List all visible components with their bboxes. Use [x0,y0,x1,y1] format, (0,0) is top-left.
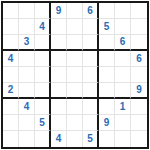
cell-r6c8[interactable] [115,83,131,99]
cell-r2c3[interactable]: 4 [35,19,51,35]
cell-r1c2[interactable] [19,3,35,19]
given-digit: 6 [136,54,142,64]
cell-r3c6[interactable] [83,35,99,51]
given-digit: 6 [87,6,93,16]
given-digit: 3 [24,37,30,47]
cell-r2c6[interactable] [83,19,99,35]
cell-r4c2[interactable] [19,51,35,67]
cell-r4c3[interactable] [35,51,51,67]
given-digit: 4 [24,102,30,112]
cell-r7c7[interactable] [99,99,115,115]
cell-r4c5[interactable] [67,51,83,67]
cell-r6c3[interactable] [35,83,51,99]
cell-r9c6[interactable]: 5 [83,131,99,147]
cell-r2c2[interactable] [19,19,35,35]
cell-r1c3[interactable] [35,3,51,19]
cell-r3c1[interactable] [3,35,19,51]
cell-r5c4[interactable] [51,67,67,83]
cell-r7c1[interactable] [3,99,19,115]
cell-r9c7[interactable] [99,131,115,147]
cell-r3c8[interactable]: 6 [115,35,131,51]
cell-r9c5[interactable] [67,131,83,147]
cell-r6c5[interactable] [67,83,83,99]
cell-r9c2[interactable] [19,131,35,147]
cell-r4c6[interactable] [83,51,99,67]
cell-r1c8[interactable] [115,3,131,19]
cell-r8c5[interactable] [67,115,83,131]
cell-r3c3[interactable] [35,35,51,51]
cell-r5c5[interactable] [67,67,83,83]
cell-r8c4[interactable] [51,115,67,131]
cell-r7c2[interactable]: 4 [19,99,35,115]
given-digit: 9 [56,6,62,16]
cell-r6c9[interactable]: 9 [131,83,147,99]
given-digit: 4 [56,134,62,144]
given-digit: 9 [136,85,142,95]
cell-r2c7[interactable]: 5 [99,19,115,35]
cell-r7c4[interactable] [51,99,67,115]
cell-r1c4[interactable]: 9 [51,3,67,19]
sudoku-board: 9645364629415945 [1,1,149,149]
sudoku-page: 9645364629415945 [0,0,150,150]
cell-r6c4[interactable] [51,83,67,99]
given-digit: 6 [120,37,126,47]
cell-r7c6[interactable] [83,99,99,115]
cell-r6c2[interactable] [19,83,35,99]
cell-r1c5[interactable] [67,3,83,19]
cell-r2c9[interactable] [131,19,147,35]
given-digit: 1 [120,102,126,112]
cell-r9c4[interactable]: 4 [51,131,67,147]
cell-r2c5[interactable] [67,19,83,35]
cell-r5c9[interactable] [131,67,147,83]
cell-r4c4[interactable] [51,51,67,67]
cell-r3c4[interactable] [51,35,67,51]
given-digit: 4 [39,22,45,32]
cell-r8c8[interactable] [115,115,131,131]
given-digit: 5 [104,22,110,32]
cell-r3c5[interactable] [67,35,83,51]
cell-r9c8[interactable] [115,131,131,147]
cell-r9c9[interactable] [131,131,147,147]
cell-r9c3[interactable] [35,131,51,147]
given-digit: 5 [39,118,45,128]
cell-r8c3[interactable]: 5 [35,115,51,131]
cell-r3c2[interactable]: 3 [19,35,35,51]
cell-r2c1[interactable] [3,19,19,35]
given-digit: 5 [87,134,93,144]
cell-r8c9[interactable] [131,115,147,131]
cell-r8c2[interactable] [19,115,35,131]
given-digit: 4 [8,54,14,64]
cell-r3c9[interactable] [131,35,147,51]
cell-r1c6[interactable]: 6 [83,3,99,19]
cell-r9c1[interactable] [3,131,19,147]
cell-r5c7[interactable] [99,67,115,83]
given-digit: 2 [8,85,14,95]
cell-r3c7[interactable] [99,35,115,51]
cell-r5c3[interactable] [35,67,51,83]
cell-r6c1[interactable]: 2 [3,83,19,99]
cell-r4c9[interactable]: 6 [131,51,147,67]
cell-r1c9[interactable] [131,3,147,19]
cell-r7c8[interactable]: 1 [115,99,131,115]
cell-r8c1[interactable] [3,115,19,131]
cell-r6c6[interactable] [83,83,99,99]
cell-r4c8[interactable] [115,51,131,67]
cell-r7c9[interactable] [131,99,147,115]
cell-r6c7[interactable] [99,83,115,99]
cell-r1c7[interactable] [99,3,115,19]
cell-r2c8[interactable] [115,19,131,35]
cell-r4c7[interactable] [99,51,115,67]
cell-r8c7[interactable]: 9 [99,115,115,131]
cell-r4c1[interactable]: 4 [3,51,19,67]
cell-r1c1[interactable] [3,3,19,19]
cell-r5c8[interactable] [115,67,131,83]
cell-r5c1[interactable] [3,67,19,83]
given-digit: 9 [104,118,110,128]
cell-r8c6[interactable] [83,115,99,131]
cell-r2c4[interactable] [51,19,67,35]
cell-r7c5[interactable] [67,99,83,115]
cell-r5c6[interactable] [83,67,99,83]
cell-r7c3[interactable] [35,99,51,115]
cell-r5c2[interactable] [19,67,35,83]
